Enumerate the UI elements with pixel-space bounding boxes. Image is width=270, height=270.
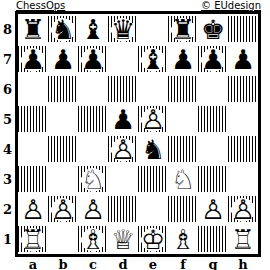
rank-label-5: 5 — [0, 104, 15, 134]
piece-black-rook-f8: ♜ — [168, 14, 198, 44]
piece-white-knight-f3: ♘ — [168, 164, 198, 194]
app-title: ChessOps — [16, 0, 65, 11]
rank-labels: 87654321 — [0, 14, 15, 254]
square-f2 — [168, 194, 198, 224]
square-b6 — [48, 74, 78, 104]
square-g1 — [198, 224, 228, 254]
square-d4: ♙ — [108, 134, 138, 164]
rank-label-6: 6 — [0, 74, 15, 104]
square-h4 — [228, 134, 258, 164]
square-a6 — [18, 74, 48, 104]
piece-white-knight-c3: ♘ — [78, 164, 108, 194]
square-c2: ♙ — [78, 194, 108, 224]
square-f8: ♜ — [168, 14, 198, 44]
file-label-d: d — [108, 257, 138, 270]
square-c1: ♗ — [78, 224, 108, 254]
square-e7: ♝ — [138, 44, 168, 74]
square-a7: ♟ — [18, 44, 48, 74]
square-f1: ♗ — [168, 224, 198, 254]
square-d7 — [108, 44, 138, 74]
piece-black-bishop-e7: ♝ — [138, 44, 168, 74]
piece-black-pawn-h7: ♟ — [228, 44, 258, 74]
square-d3 — [108, 164, 138, 194]
piece-black-pawn-g7: ♟ — [198, 44, 228, 74]
square-f7: ♟ — [168, 44, 198, 74]
square-b3 — [48, 164, 78, 194]
piece-white-rook-h1: ♖ — [228, 224, 258, 254]
square-d5: ♟ — [108, 104, 138, 134]
square-e4: ♞ — [138, 134, 168, 164]
square-b5 — [48, 104, 78, 134]
piece-white-pawn-c2: ♙ — [78, 194, 108, 224]
square-a5 — [18, 104, 48, 134]
square-a8: ♜ — [18, 14, 48, 44]
piece-black-queen-d8: ♛ — [108, 14, 138, 44]
file-labels: abcdefgh — [18, 257, 258, 270]
square-e2 — [138, 194, 168, 224]
square-g4 — [198, 134, 228, 164]
file-label-e: e — [138, 257, 168, 270]
square-b4 — [48, 134, 78, 164]
rank-label-7: 7 — [0, 44, 15, 74]
square-c6 — [78, 74, 108, 104]
chess-board: ♜♞♝♛♜♚♟♟♟♝♟♟♟♟♙♙♞♘♘♙♙♙♙♙♖♗♕♔♗♖ — [18, 14, 258, 254]
file-label-c: c — [78, 257, 108, 270]
square-h7: ♟ — [228, 44, 258, 74]
square-f6 — [168, 74, 198, 104]
rank-label-3: 3 — [0, 164, 15, 194]
piece-black-king-g8: ♚ — [198, 14, 228, 44]
piece-white-queen-d1: ♕ — [108, 224, 138, 254]
file-label-g: g — [198, 257, 228, 270]
piece-white-pawn-d4: ♙ — [108, 134, 138, 164]
square-h1: ♖ — [228, 224, 258, 254]
square-c4 — [78, 134, 108, 164]
square-a1: ♖ — [18, 224, 48, 254]
piece-white-pawn-h2: ♙ — [228, 194, 258, 224]
piece-black-knight-e4: ♞ — [138, 134, 168, 164]
rank-label-1: 1 — [0, 224, 15, 254]
square-g6 — [198, 74, 228, 104]
square-b8: ♞ — [48, 14, 78, 44]
square-b2: ♙ — [48, 194, 78, 224]
rank-label-4: 4 — [0, 134, 15, 164]
square-f4 — [168, 134, 198, 164]
square-c5 — [78, 104, 108, 134]
piece-white-pawn-b2: ♙ — [48, 194, 78, 224]
square-f5 — [168, 104, 198, 134]
square-c3: ♘ — [78, 164, 108, 194]
square-d8: ♛ — [108, 14, 138, 44]
file-label-h: h — [228, 257, 258, 270]
piece-black-pawn-f7: ♟ — [168, 44, 198, 74]
piece-black-pawn-b7: ♟ — [48, 44, 78, 74]
copyright-credit: © EUdesign — [201, 0, 261, 11]
square-h2: ♙ — [228, 194, 258, 224]
square-c7: ♟ — [78, 44, 108, 74]
square-d1: ♕ — [108, 224, 138, 254]
square-b1 — [48, 224, 78, 254]
square-g8: ♚ — [198, 14, 228, 44]
square-a3 — [18, 164, 48, 194]
square-g5 — [198, 104, 228, 134]
square-e8 — [138, 14, 168, 44]
piece-black-rook-a8: ♜ — [18, 14, 48, 44]
chess-board-frame: ♜♞♝♛♜♚♟♟♟♝♟♟♟♟♙♙♞♘♘♙♙♙♙♙♖♗♕♔♗♖ — [15, 11, 261, 257]
square-h5 — [228, 104, 258, 134]
square-g2: ♙ — [198, 194, 228, 224]
square-c8: ♝ — [78, 14, 108, 44]
square-b7: ♟ — [48, 44, 78, 74]
file-label-f: f — [168, 257, 198, 270]
rank-label-8: 8 — [0, 14, 15, 44]
piece-white-pawn-e5: ♙ — [138, 104, 168, 134]
square-a2: ♙ — [18, 194, 48, 224]
piece-white-bishop-f1: ♗ — [168, 224, 198, 254]
piece-white-pawn-a2: ♙ — [18, 194, 48, 224]
chessops-diagram-page: ChessOps © EUdesign 87654321 ♜♞♝♛♜♚♟♟♟♝♟… — [0, 0, 270, 270]
square-a4 — [18, 134, 48, 164]
square-d6 — [108, 74, 138, 104]
file-label-b: b — [48, 257, 78, 270]
square-h8 — [228, 14, 258, 44]
piece-white-rook-a1: ♖ — [18, 224, 48, 254]
square-h3 — [228, 164, 258, 194]
square-g7: ♟ — [198, 44, 228, 74]
piece-black-knight-b8: ♞ — [48, 14, 78, 44]
piece-black-pawn-d5: ♟ — [108, 104, 138, 134]
piece-black-pawn-a7: ♟ — [18, 44, 48, 74]
piece-white-king-e1: ♔ — [138, 224, 168, 254]
square-d2 — [108, 194, 138, 224]
piece-white-bishop-c1: ♗ — [78, 224, 108, 254]
square-f3: ♘ — [168, 164, 198, 194]
square-h6 — [228, 74, 258, 104]
rank-label-2: 2 — [0, 194, 15, 224]
piece-white-pawn-g2: ♙ — [198, 194, 228, 224]
piece-black-pawn-c7: ♟ — [78, 44, 108, 74]
square-e1: ♔ — [138, 224, 168, 254]
square-g3 — [198, 164, 228, 194]
file-label-a: a — [18, 257, 48, 270]
square-e6 — [138, 74, 168, 104]
square-e5: ♙ — [138, 104, 168, 134]
piece-black-bishop-c8: ♝ — [78, 14, 108, 44]
square-e3 — [138, 164, 168, 194]
